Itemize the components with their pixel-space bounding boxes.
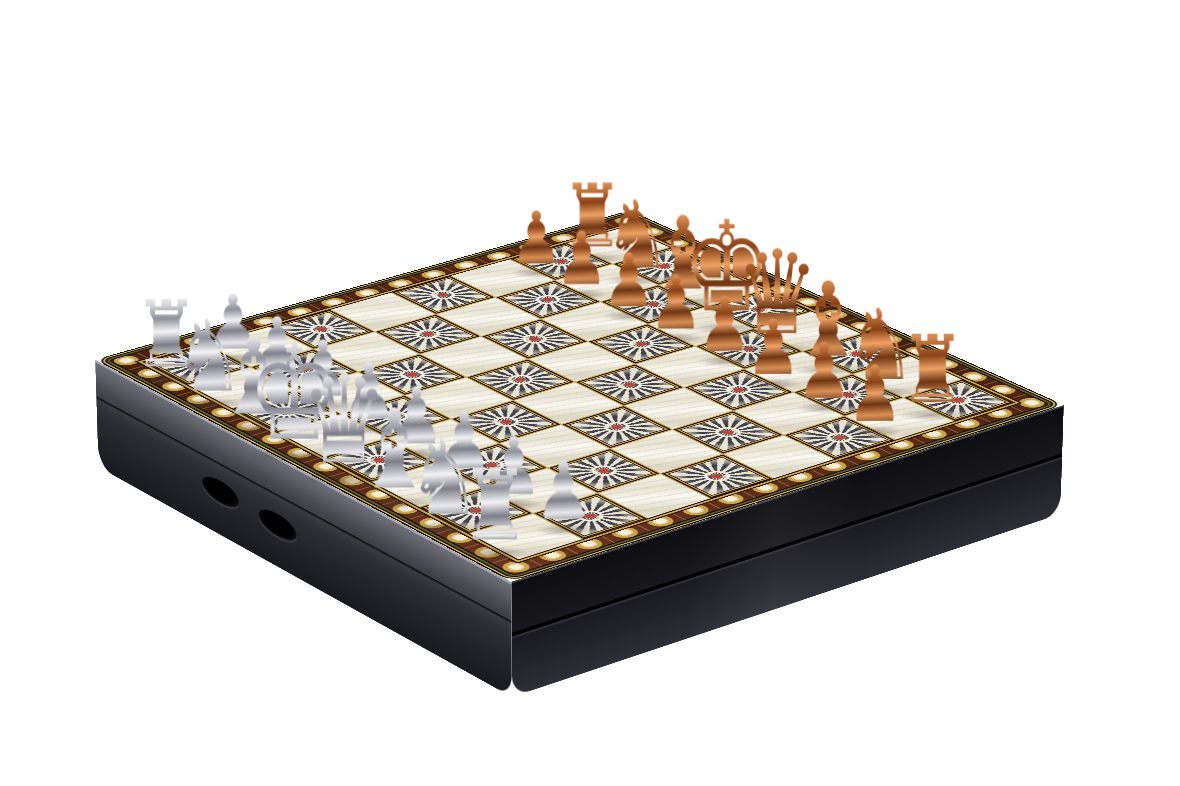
rook-glyph: ♜ (460, 458, 531, 555)
piece-white-rook: ♜ (451, 458, 539, 555)
latch-notch (258, 504, 297, 547)
piece-black-pawn: ♟ (841, 357, 911, 433)
product-photo-scene: ♜♞♝♚♛♝♞♜♟♟♟♟♟♟♟♟♟♟♟♟♟♟♟♟♜♞♝♚♛♝♞♜ (0, 0, 1180, 786)
square-h8: ♜ (905, 380, 1013, 421)
pawn-glyph: ♟ (535, 452, 593, 531)
pawn-glyph: ♟ (848, 357, 904, 433)
latch-notch (202, 471, 240, 514)
